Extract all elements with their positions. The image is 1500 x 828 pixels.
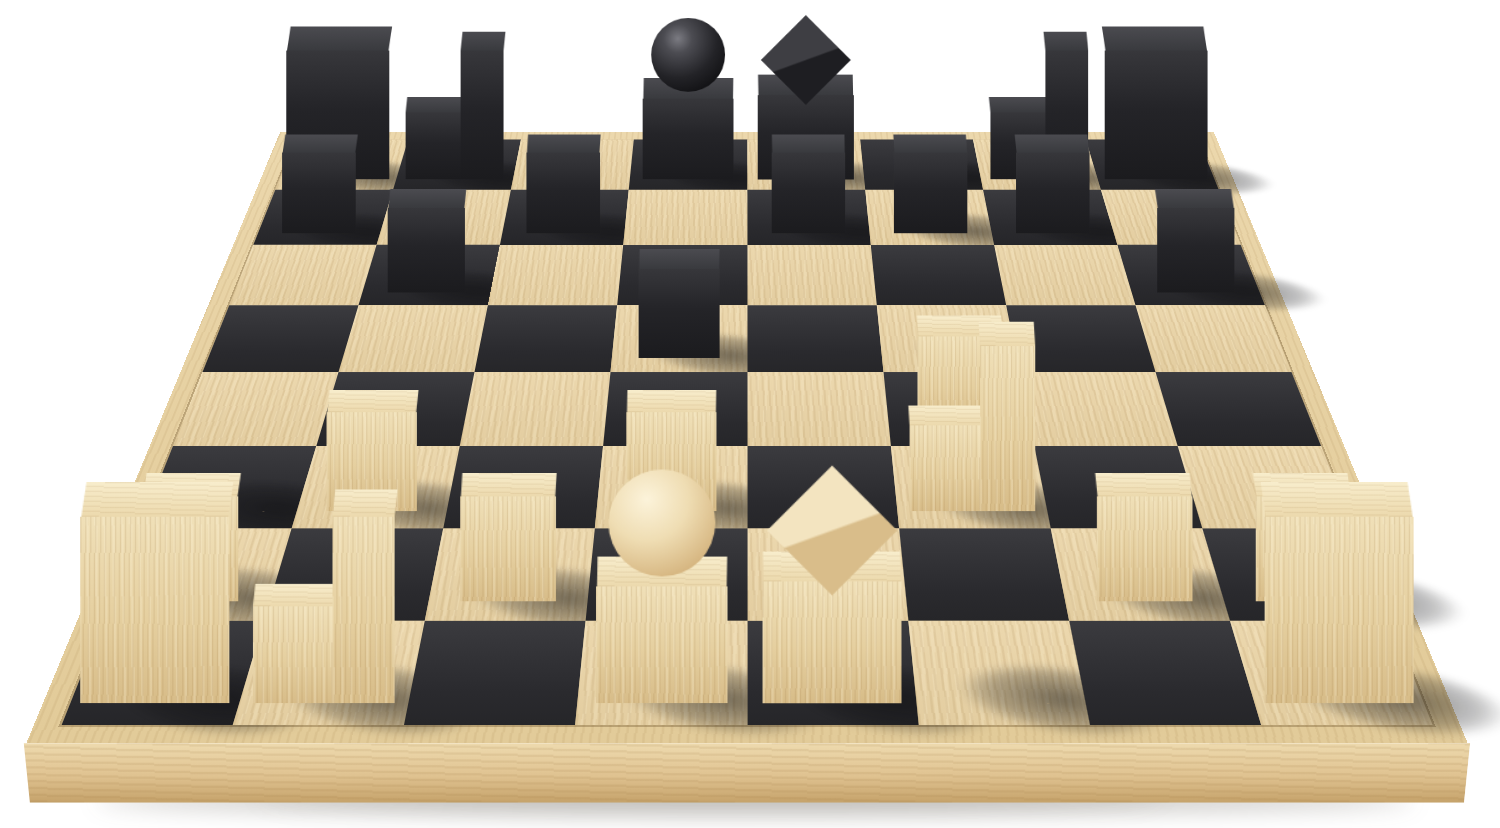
- square-d1[interactable]: [576, 621, 747, 725]
- cube-top-face: [640, 249, 720, 269]
- square-d7[interactable]: [624, 190, 747, 245]
- square-b6[interactable]: [359, 245, 501, 305]
- square-e7[interactable]: [747, 190, 870, 245]
- square-g2[interactable]: [1050, 528, 1229, 620]
- square-a5[interactable]: [203, 305, 359, 372]
- queen-ball: [652, 18, 726, 92]
- queen-ball: [609, 469, 716, 576]
- square-c6[interactable]: [488, 245, 624, 305]
- knight-column-top: [978, 322, 1035, 346]
- knight-notch-floor: [989, 97, 1047, 112]
- board-rim-front-face: [24, 743, 1470, 803]
- square-g4[interactable]: [1019, 372, 1177, 446]
- square-g6[interactable]: [994, 245, 1136, 305]
- cube-top-face: [1095, 473, 1192, 496]
- square-d5[interactable]: [611, 305, 747, 372]
- cube-top-face: [1015, 135, 1089, 153]
- cube-top-face: [327, 390, 418, 412]
- cube-top-face: [287, 26, 392, 50]
- cube-top-face: [283, 135, 358, 153]
- knight-column-top: [1043, 32, 1088, 51]
- cube-top-face: [81, 482, 233, 517]
- square-e4[interactable]: [747, 372, 891, 446]
- bauhaus-chess-render: 3D render of the Bauhaus model XVI chess…: [0, 0, 1500, 828]
- square-c4[interactable]: [460, 372, 611, 446]
- cube-top-face: [893, 135, 967, 153]
- cube-top-face: [627, 390, 716, 412]
- square-b8[interactable]: [393, 139, 521, 189]
- cube-top-face: [461, 473, 557, 496]
- knight-notch-floor: [253, 584, 337, 606]
- knight-column-top: [333, 489, 398, 516]
- cube-top-face: [1102, 26, 1207, 50]
- cube-top-face: [388, 189, 466, 208]
- square-f3[interactable]: [891, 446, 1051, 528]
- square-h8[interactable]: [1086, 139, 1219, 189]
- square-h1[interactable]: [1230, 621, 1433, 725]
- square-a7[interactable]: [253, 190, 393, 245]
- square-e6[interactable]: [747, 245, 876, 305]
- cube-top-face: [1261, 482, 1413, 517]
- board-grid: [62, 139, 1433, 725]
- cube-top-face: [771, 135, 844, 153]
- cube-top-face: [1155, 189, 1234, 208]
- knight-column-top: [461, 32, 506, 51]
- chess-board: [26, 132, 1467, 744]
- square-c2[interactable]: [425, 528, 595, 620]
- square-d8[interactable]: [629, 139, 747, 189]
- square-h6[interactable]: [1117, 245, 1265, 305]
- cube-top-face: [527, 135, 601, 153]
- square-h4[interactable]: [1155, 372, 1321, 446]
- knight-notch-floor: [908, 405, 982, 425]
- square-a1[interactable]: [62, 621, 265, 725]
- square-a6[interactable]: [229, 245, 377, 305]
- knight-notch-floor: [406, 97, 464, 112]
- square-c7[interactable]: [500, 190, 629, 245]
